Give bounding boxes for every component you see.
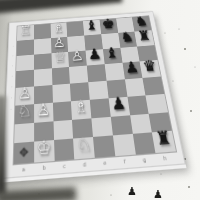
square-a3: ♘	[15, 104, 34, 124]
square-e5	[87, 64, 107, 82]
square-b7	[34, 38, 51, 54]
square-e7	[84, 34, 102, 50]
square-e1	[93, 136, 115, 158]
square-a1: ✥	[14, 142, 34, 164]
white-pawn-a4: ♙	[18, 85, 32, 102]
square-f8: ♚	[99, 19, 117, 34]
background-shadow-left	[0, 96, 6, 196]
background-shadow-bottom	[0, 187, 76, 200]
square-b8	[34, 24, 51, 40]
square-d8	[67, 21, 85, 36]
black-queen-h5: ♛	[142, 59, 158, 75]
square-b5	[34, 69, 52, 87]
square-d7	[67, 35, 85, 51]
square-a2	[14, 122, 34, 143]
square-c3	[52, 101, 72, 121]
square-f6: ♝	[103, 47, 122, 64]
white-king-b1: ♔	[37, 138, 52, 158]
square-c8: ♗	[50, 23, 67, 38]
square-d3: ♗	[71, 100, 91, 120]
square-a4: ♙	[15, 86, 34, 105]
square-f5	[104, 63, 124, 81]
file-label-a: a	[22, 166, 25, 173]
black-pawn-f3: ♟	[111, 95, 127, 112]
square-d2	[72, 118, 93, 139]
black-bishop-e8: ♝	[85, 19, 98, 33]
board-logo-emblem: ✥	[14, 142, 34, 164]
square-c7: ♙	[51, 37, 69, 53]
white-pawn-c7: ♙	[53, 35, 66, 49]
square-c2	[53, 119, 73, 140]
square-e8: ♝	[83, 20, 101, 35]
file-label-b: b	[42, 164, 45, 171]
chessboard-photo: · · · · · · · ♖♗♝♚♞♙♞♜♕♙♟♝♟♛♙♘♙♗♟✥♔♘♜ ab…	[0, 0, 200, 200]
file-label-c: c	[63, 162, 66, 169]
square-b6	[34, 53, 52, 70]
black-pawn-g5: ♟	[124, 60, 139, 76]
square-h5: ♛	[140, 60, 161, 78]
board-frame: · · · · · · · ♖♗♝♚♞♙♞♜♕♙♟♝♟♛♙♘♙♗♟✥♔♘♜ ab…	[2, 11, 185, 179]
square-h7: ♜	[135, 30, 155, 46]
chess-board: · · · · · · · ♖♗♝♚♞♙♞♜♕♙♟♝♟♛♙♘♙♗♟✥♔♘♜ ab…	[2, 11, 185, 179]
square-e3	[90, 98, 111, 118]
white-pawn-b3: ♙	[36, 101, 50, 119]
square-e6: ♟	[85, 49, 104, 66]
white-knight-a3: ♘	[17, 102, 31, 120]
file-label-d: d	[83, 161, 87, 168]
square-h8: ♞	[132, 16, 151, 31]
black-rook-h7: ♜	[136, 29, 151, 43]
square-c5	[52, 67, 71, 85]
square-b2	[34, 121, 54, 142]
black-knight-g7: ♞	[120, 30, 135, 44]
black-pawn-e6: ♟	[88, 47, 102, 62]
square-c1	[54, 139, 75, 161]
square-b4	[34, 85, 53, 104]
file-label-h: h	[163, 154, 167, 161]
square-c4	[52, 84, 71, 103]
square-d5	[69, 66, 88, 84]
file-label-g: g	[142, 156, 146, 163]
black-rook-h1: ♜	[154, 129, 172, 148]
white-pawn-d6: ♙	[70, 49, 84, 64]
white-rook-a8: ♖	[19, 24, 31, 38]
square-d1: ♘	[73, 137, 94, 159]
square-c6: ♕	[51, 52, 69, 69]
square-a5	[16, 70, 34, 88]
square-d6: ♙	[68, 50, 87, 67]
square-h2	[149, 112, 172, 133]
black-bishop-f6: ♝	[105, 46, 120, 61]
square-h1: ♜	[152, 131, 176, 153]
square-a8: ♖	[17, 25, 34, 41]
square-b1: ♔	[34, 140, 54, 162]
square-h4	[143, 77, 165, 96]
captured-black-pawn-2: ♟	[153, 189, 163, 200]
captured-black-pawn-1: ♟	[127, 186, 137, 197]
square-a6	[16, 54, 34, 71]
white-bishop-c8: ♗	[52, 21, 65, 35]
square-h3	[146, 94, 168, 114]
black-king-f8: ♚	[101, 17, 115, 31]
white-bishop-d3: ♗	[73, 98, 88, 116]
board-grid: ♖♗♝♚♞♙♞♜♕♙♟♝♟♛♙♘♙♗♟✥♔♘♜	[13, 15, 178, 165]
square-e2	[91, 116, 112, 137]
square-e4	[88, 81, 108, 100]
white-queen-c6: ♕	[53, 50, 66, 65]
black-knight-h8: ♞	[134, 15, 149, 29]
square-f4	[106, 79, 127, 98]
square-f7	[101, 33, 120, 49]
square-d4	[70, 82, 90, 101]
background-shadow-top	[0, 0, 122, 14]
square-b3: ♙	[34, 102, 53, 122]
file-label-f: f	[123, 158, 126, 165]
square-h6	[137, 45, 157, 62]
file-label-e: e	[103, 159, 107, 166]
square-a7	[17, 39, 34, 55]
white-knight-d1: ♘	[76, 135, 92, 155]
